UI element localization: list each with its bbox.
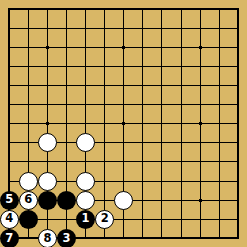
go-stone-white-c4[interactable] <box>38 172 57 191</box>
go-stone-white-b3[interactable]: 6 <box>19 191 38 210</box>
go-stone-black-d3[interactable] <box>57 191 76 210</box>
go-stone-black-a1[interactable]: 7 <box>0 229 19 247</box>
go-stone-black-d1[interactable]: 3 <box>57 229 76 247</box>
go-stone-black-a3[interactable]: 5 <box>0 191 19 210</box>
move-number-label: 5 <box>5 194 13 206</box>
go-stone-white-f2[interactable]: 2 <box>95 210 114 229</box>
hoshi-star-point <box>46 122 49 125</box>
go-stone-black-e2[interactable]: 1 <box>76 210 95 229</box>
go-stone-white-g3[interactable] <box>114 191 133 210</box>
go-stone-white-b4[interactable] <box>19 172 38 191</box>
move-number-label: 4 <box>5 213 13 225</box>
hoshi-star-point <box>122 46 125 49</box>
hoshi-star-point <box>46 46 49 49</box>
move-number-label: 2 <box>101 213 109 225</box>
go-stone-white-e3[interactable] <box>76 191 95 210</box>
go-stone-white-c1[interactable]: 8 <box>38 229 57 247</box>
go-board[interactable]: 56412783 <box>0 0 247 247</box>
hoshi-star-point <box>199 46 202 49</box>
move-number-label: 6 <box>24 194 32 206</box>
hoshi-star-point <box>199 122 202 125</box>
hoshi-star-point <box>122 122 125 125</box>
move-number-label: 1 <box>82 213 90 225</box>
go-stone-white-a2[interactable]: 4 <box>0 210 19 229</box>
move-number-label: 3 <box>63 233 71 245</box>
go-stone-black-c3[interactable] <box>38 191 57 210</box>
go-stone-black-b2[interactable] <box>19 210 38 229</box>
move-number-label: 7 <box>5 233 13 245</box>
go-stone-white-e4[interactable] <box>76 172 95 191</box>
move-number-label: 8 <box>43 233 51 245</box>
hoshi-star-point <box>199 199 202 202</box>
